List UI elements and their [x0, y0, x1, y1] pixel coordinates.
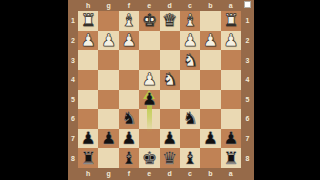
piece-white-knight-d4[interactable]: ♞ — [162, 71, 177, 88]
square-f3[interactable] — [119, 50, 139, 70]
file-label-top-b: b — [200, 0, 220, 11]
square-f4[interactable] — [119, 70, 139, 90]
piece-black-bishop-f8[interactable]: ♝ — [121, 150, 136, 167]
square-b3[interactable] — [200, 50, 220, 70]
rank-label-right-1: 1 — [241, 11, 254, 31]
square-d7[interactable]: ♟ — [160, 129, 180, 149]
square-h2[interactable]: ♟ — [78, 31, 98, 51]
square-d4[interactable]: ♞ — [160, 70, 180, 90]
square-d1[interactable]: ♛ — [160, 11, 180, 31]
square-h5[interactable] — [78, 90, 98, 110]
square-g1[interactable] — [98, 11, 118, 31]
rank-label-left-4: 4 — [68, 70, 78, 90]
square-c2[interactable]: ♟ — [180, 31, 200, 51]
piece-white-pawn-h2[interactable]: ♟ — [81, 32, 96, 49]
rank-label-left-5: 5 — [68, 90, 78, 110]
piece-white-pawn-a2[interactable]: ♟ — [223, 32, 238, 49]
chess-board[interactable]: ♜♝♚♛♝♜♟♟♟♟♟♟♞♟♞♟♞♞♟♟♟♟♟♟♜♝♚♛♝♜ — [78, 11, 241, 168]
piece-black-knight-c6[interactable]: ♞ — [182, 110, 197, 127]
square-g5[interactable] — [98, 90, 118, 110]
piece-black-pawn-d7[interactable]: ♟ — [162, 130, 177, 147]
rank-label-right-5: 5 — [241, 90, 254, 110]
piece-white-pawn-g2[interactable]: ♟ — [101, 32, 116, 49]
square-a6[interactable] — [221, 109, 241, 129]
square-d3[interactable] — [160, 50, 180, 70]
square-f2[interactable]: ♟ — [119, 31, 139, 51]
square-a4[interactable] — [221, 70, 241, 90]
square-g4[interactable] — [98, 70, 118, 90]
square-g3[interactable] — [98, 50, 118, 70]
square-d8[interactable]: ♛ — [160, 148, 180, 168]
square-f1[interactable]: ♝ — [119, 11, 139, 31]
rank-label-right-4: 4 — [241, 70, 254, 90]
rank-label-right-8: 8 — [241, 148, 254, 168]
square-b8[interactable] — [200, 148, 220, 168]
square-b7[interactable]: ♟ — [200, 129, 220, 149]
piece-white-bishop-f1[interactable]: ♝ — [121, 12, 136, 29]
square-h3[interactable] — [78, 50, 98, 70]
piece-black-rook-a8[interactable]: ♜ — [223, 150, 238, 167]
piece-white-pawn-f2[interactable]: ♟ — [121, 32, 136, 49]
square-b6[interactable] — [200, 109, 220, 129]
white-to-move-indicator — [244, 1, 251, 8]
square-c6[interactable]: ♞ — [180, 109, 200, 129]
rank-labels-left: 12345678 — [68, 11, 78, 168]
piece-white-knight-c3[interactable]: ♞ — [182, 52, 197, 69]
square-a2[interactable]: ♟ — [221, 31, 241, 51]
piece-black-rook-h8[interactable]: ♜ — [81, 150, 96, 167]
piece-white-pawn-c2[interactable]: ♟ — [182, 32, 197, 49]
file-label-bottom-h: h — [78, 168, 98, 180]
square-a7[interactable]: ♟ — [221, 129, 241, 149]
square-a3[interactable] — [221, 50, 241, 70]
square-b2[interactable]: ♟ — [200, 31, 220, 51]
square-g6[interactable] — [98, 109, 118, 129]
chess-board-widget: hgfedcba 12345678 ♜♝♚♛♝♜♟♟♟♟♟♟♞♟♞♟♞♞♟♟♟♟… — [68, 0, 254, 180]
piece-black-queen-d8[interactable]: ♛ — [162, 150, 177, 167]
rank-labels-right: 12345678 — [241, 11, 254, 168]
square-e5[interactable]: ♟ — [139, 90, 159, 110]
square-c1[interactable]: ♝ — [180, 11, 200, 31]
square-h7[interactable]: ♟ — [78, 129, 98, 149]
board-middle: 12345678 ♜♝♚♛♝♜♟♟♟♟♟♟♞♟♞♟♞♞♟♟♟♟♟♟♜♝♚♛♝♜ … — [68, 11, 254, 168]
file-label-bottom-a: a — [221, 168, 241, 180]
rank-label-right-7: 7 — [241, 129, 254, 149]
square-h4[interactable] — [78, 70, 98, 90]
piece-black-pawn-a7[interactable]: ♟ — [223, 130, 238, 147]
piece-white-queen-d1[interactable]: ♛ — [162, 12, 177, 29]
square-c3[interactable]: ♞ — [180, 50, 200, 70]
piece-black-pawn-b7[interactable]: ♟ — [203, 130, 218, 147]
piece-white-king-e1[interactable]: ♚ — [142, 12, 157, 29]
square-c8[interactable]: ♝ — [180, 148, 200, 168]
piece-black-pawn-g7[interactable]: ♟ — [101, 130, 116, 147]
file-label-top-g: g — [98, 0, 118, 11]
piece-white-rook-h1[interactable]: ♜ — [81, 12, 96, 29]
square-e8[interactable]: ♚ — [139, 148, 159, 168]
rank-label-right-6: 6 — [241, 109, 254, 129]
square-d6[interactable] — [160, 109, 180, 129]
square-a1[interactable]: ♜ — [221, 11, 241, 31]
square-e7[interactable] — [139, 129, 159, 149]
square-a8[interactable]: ♜ — [221, 148, 241, 168]
rank-label-right-3: 3 — [241, 50, 254, 70]
square-c5[interactable] — [180, 90, 200, 110]
rank-label-left-3: 3 — [68, 50, 78, 70]
square-e4[interactable]: ♟ — [139, 70, 159, 90]
piece-black-king-e8[interactable]: ♚ — [142, 150, 157, 167]
piece-white-pawn-e4[interactable]: ♟ — [142, 71, 157, 88]
piece-black-pawn-f7[interactable]: ♟ — [121, 130, 136, 147]
file-label-bottom-e: e — [139, 168, 159, 180]
rank-label-left-8: 8 — [68, 148, 78, 168]
rank-label-left-7: 7 — [68, 129, 78, 149]
piece-black-knight-f6[interactable]: ♞ — [121, 110, 136, 127]
file-label-bottom-b: b — [200, 168, 220, 180]
square-e6[interactable] — [139, 109, 159, 129]
square-f6[interactable]: ♞ — [119, 109, 139, 129]
file-label-bottom-c: c — [180, 168, 200, 180]
piece-white-rook-a1[interactable]: ♜ — [223, 12, 238, 29]
rank-label-right-2: 2 — [241, 31, 254, 51]
chess-video-frame: hgfedcba 12345678 ♜♝♚♛♝♜♟♟♟♟♟♟♞♟♞♟♞♞♟♟♟♟… — [0, 0, 320, 180]
piece-black-pawn-h7[interactable]: ♟ — [81, 130, 96, 147]
square-d5[interactable] — [160, 90, 180, 110]
square-h8[interactable]: ♜ — [78, 148, 98, 168]
square-f5[interactable] — [119, 90, 139, 110]
square-h1[interactable]: ♜ — [78, 11, 98, 31]
rank-label-left-2: 2 — [68, 31, 78, 51]
rank-label-left-1: 1 — [68, 11, 78, 31]
file-labels-bottom: hgfedcba — [68, 168, 254, 180]
square-c7[interactable] — [180, 129, 200, 149]
square-b5[interactable] — [200, 90, 220, 110]
square-c4[interactable] — [180, 70, 200, 90]
file-label-bottom-d: d — [160, 168, 180, 180]
piece-black-pawn-e5[interactable]: ♟ — [142, 91, 157, 108]
square-g2[interactable]: ♟ — [98, 31, 118, 51]
square-b1[interactable] — [200, 11, 220, 31]
square-e2[interactable] — [139, 31, 159, 51]
square-b4[interactable] — [200, 70, 220, 90]
piece-black-bishop-c8[interactable]: ♝ — [182, 150, 197, 167]
square-d2[interactable] — [160, 31, 180, 51]
square-a5[interactable] — [221, 90, 241, 110]
file-label-bottom-g: g — [98, 168, 118, 180]
piece-white-pawn-b2[interactable]: ♟ — [203, 32, 218, 49]
square-e1[interactable]: ♚ — [139, 11, 159, 31]
square-e3[interactable] — [139, 50, 159, 70]
piece-white-bishop-c1[interactable]: ♝ — [182, 12, 197, 29]
square-f7[interactable]: ♟ — [119, 129, 139, 149]
square-f8[interactable]: ♝ — [119, 148, 139, 168]
square-g7[interactable]: ♟ — [98, 129, 118, 149]
square-h6[interactable] — [78, 109, 98, 129]
rank-label-left-6: 6 — [68, 109, 78, 129]
square-g8[interactable] — [98, 148, 118, 168]
file-label-bottom-f: f — [119, 168, 139, 180]
